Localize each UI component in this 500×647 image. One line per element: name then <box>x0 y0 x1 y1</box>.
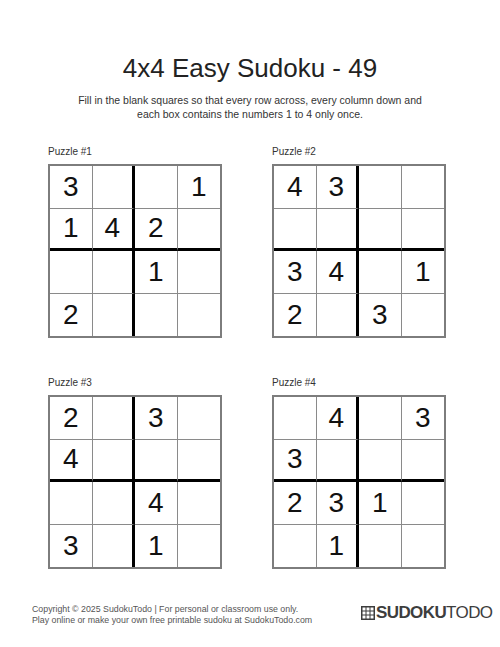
sudoku-cell-given: 3 <box>317 166 360 209</box>
sudoku-cell-given: 3 <box>359 294 402 337</box>
sudoku-cell-given: 1 <box>135 525 178 568</box>
copyright-line-1: Copyright © 2025 SudokuTodo | For person… <box>32 604 312 615</box>
sudoku-cell-blank <box>359 209 402 252</box>
sudoku-cell-blank <box>178 482 221 525</box>
sudoku-cell-given: 1 <box>178 166 221 209</box>
sudoku-cell-given: 3 <box>402 397 445 440</box>
sudoku-cell-given: 1 <box>359 482 402 525</box>
sudoku-cell-blank <box>93 525 136 568</box>
sudoku-cell-blank <box>402 209 445 252</box>
puzzle-1: Puzzle #1 3114212 <box>48 147 222 338</box>
sudoku-cell-blank <box>402 294 445 337</box>
sudoku-cell-given: 1 <box>402 251 445 294</box>
sudoku-cell-blank <box>178 294 221 337</box>
sudoku-cell-blank <box>402 440 445 483</box>
worksheet-page: 4x4 Easy Sudoku - 49 Fill in the blank s… <box>0 0 500 647</box>
sudoku-cell-blank <box>274 525 317 568</box>
sudoku-cell-given: 4 <box>50 440 93 483</box>
sudoku-cell-blank <box>402 482 445 525</box>
sudoku-cell-blank <box>50 482 93 525</box>
sudoku-cell-given: 1 <box>135 251 178 294</box>
sudoku-cell-given: 2 <box>50 294 93 337</box>
sudoku-cell-given: 2 <box>274 294 317 337</box>
puzzle-2: Puzzle #2 4334123 <box>272 147 446 338</box>
sudoku-cell-blank <box>274 209 317 252</box>
puzzle-3: Puzzle #3 234431 <box>48 378 222 569</box>
sudoku-cell-given: 4 <box>317 397 360 440</box>
sudoku-grid-icon <box>361 606 375 620</box>
logo-text-todo: TODO <box>446 603 492 622</box>
sudoku-cell-given: 3 <box>50 525 93 568</box>
sudoku-cell-blank <box>135 440 178 483</box>
sudoku-cell-blank <box>359 397 402 440</box>
sudoku-grid: 4332311 <box>272 395 446 569</box>
sudoku-cell-blank <box>178 525 221 568</box>
sudoku-cell-given: 1 <box>317 525 360 568</box>
puzzle-4: Puzzle #4 4332311 <box>272 378 446 569</box>
sudoku-cell-blank <box>178 440 221 483</box>
footer-copyright: Copyright © 2025 SudokuTodo | For person… <box>32 604 312 626</box>
sudoku-grid: 3114212 <box>48 164 222 338</box>
sudoku-cell-blank <box>359 525 402 568</box>
sudoku-cell-blank <box>93 482 136 525</box>
sudoku-grid: 234431 <box>48 395 222 569</box>
sudoku-cell-blank <box>135 166 178 209</box>
sudoku-cell-given: 3 <box>274 251 317 294</box>
puzzle-label: Puzzle #3 <box>48 378 222 388</box>
sudoku-cell-given: 3 <box>274 440 317 483</box>
sudoku-cell-blank <box>317 440 360 483</box>
sudoku-cell-blank <box>274 397 317 440</box>
sudoku-cell-blank <box>359 251 402 294</box>
sudoku-cell-blank <box>93 251 136 294</box>
sudoku-cell-blank <box>178 251 221 294</box>
sudokutodo-logo: SUDOKUTODO <box>361 606 492 620</box>
page-title: 4x4 Easy Sudoku - 49 <box>0 55 500 81</box>
sudoku-cell-given: 3 <box>135 397 178 440</box>
sudoku-grid: 4334123 <box>272 164 446 338</box>
sudoku-cell-blank <box>178 209 221 252</box>
sudoku-cell-blank <box>402 525 445 568</box>
instructions: Fill in the blank squares so that every … <box>0 93 500 121</box>
sudoku-cell-blank <box>402 166 445 209</box>
instructions-line-2: each box contains the numbers 1 to 4 onl… <box>0 107 500 121</box>
sudoku-cell-blank <box>93 166 136 209</box>
sudoku-cell-given: 4 <box>317 251 360 294</box>
sudoku-cell-given: 4 <box>135 482 178 525</box>
sudoku-cell-blank <box>93 440 136 483</box>
puzzle-label: Puzzle #2 <box>272 147 446 157</box>
sudoku-cell-given: 2 <box>274 482 317 525</box>
sudoku-cell-blank <box>178 397 221 440</box>
sudoku-cell-blank <box>317 294 360 337</box>
puzzle-label: Puzzle #4 <box>272 378 446 388</box>
sudoku-cell-given: 4 <box>93 209 136 252</box>
sudoku-cell-blank <box>93 294 136 337</box>
sudoku-cell-blank <box>359 166 402 209</box>
logo-text: SUDOKUTODO <box>376 606 492 620</box>
sudoku-cell-blank <box>93 397 136 440</box>
puzzle-label: Puzzle #1 <box>48 147 222 157</box>
sudoku-cell-blank <box>135 294 178 337</box>
sudoku-cell-given: 4 <box>274 166 317 209</box>
sudoku-cell-given: 3 <box>317 482 360 525</box>
logo-text-sudoku: SUDOKU <box>376 603 446 622</box>
sudoku-cell-given: 1 <box>50 209 93 252</box>
sudoku-cell-given: 2 <box>135 209 178 252</box>
sudoku-cell-given: 3 <box>50 166 93 209</box>
copyright-line-2: Play online or make your own free printa… <box>32 615 312 626</box>
sudoku-cell-given: 2 <box>50 397 93 440</box>
sudoku-cell-blank <box>50 251 93 294</box>
sudoku-cell-blank <box>359 440 402 483</box>
sudoku-cell-blank <box>317 209 360 252</box>
instructions-line-1: Fill in the blank squares so that every … <box>0 93 500 107</box>
